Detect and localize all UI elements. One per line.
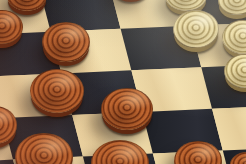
board-photo — [0, 0, 246, 164]
checker-piece-dark[interactable] — [30, 69, 84, 113]
checker-piece-light[interactable] — [173, 10, 219, 48]
checker-piece-dark[interactable] — [42, 22, 90, 62]
checker-piece-dark[interactable] — [101, 88, 153, 130]
